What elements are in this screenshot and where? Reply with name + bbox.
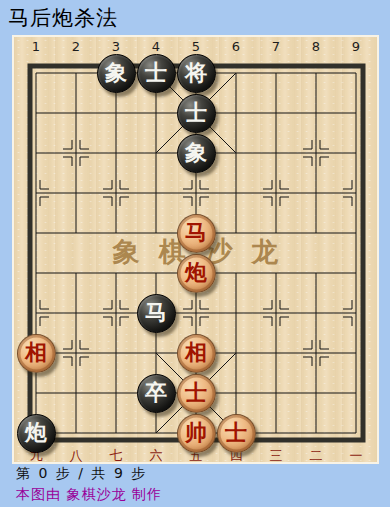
pieces-layer: 象士将士象马炮马相相卒士炮帅士 — [16, 53, 376, 453]
piece-black-horse[interactable]: 马 — [137, 294, 176, 333]
piece-black-elephant[interactable]: 象 — [97, 54, 136, 93]
file-label: 1 — [25, 40, 47, 54]
piece-black-advisor[interactable]: 士 — [137, 54, 176, 93]
piece-black-general[interactable]: 将 — [177, 54, 216, 93]
piece-red-horse[interactable]: 马 — [177, 214, 216, 253]
piece-black-advisor[interactable]: 士 — [177, 94, 216, 133]
piece-red-advisor[interactable]: 士 — [217, 414, 256, 453]
piece-black-elephant[interactable]: 象 — [177, 134, 216, 173]
piece-red-elephant[interactable]: 相 — [177, 334, 216, 373]
move-counter: 第 0 步 / 共 9 步 — [16, 465, 147, 483]
piece-red-elephant[interactable]: 相 — [17, 334, 56, 373]
piece-red-general[interactable]: 帅 — [177, 414, 216, 453]
piece-red-cannon[interactable]: 炮 — [177, 254, 216, 293]
file-label: 2 — [65, 40, 87, 54]
page-title: 马后炮杀法 — [8, 4, 118, 32]
file-label: 6 — [225, 40, 247, 54]
file-label: 5 — [185, 40, 207, 54]
piece-black-soldier[interactable]: 卒 — [137, 374, 176, 413]
file-label: 7 — [265, 40, 287, 54]
file-label: 9 — [345, 40, 367, 54]
file-label: 4 — [145, 40, 167, 54]
piece-red-advisor[interactable]: 士 — [177, 374, 216, 413]
file-label: 8 — [305, 40, 327, 54]
piece-black-cannon[interactable]: 炮 — [17, 414, 56, 453]
credit-text: 本图由 象棋沙龙 制作 — [16, 486, 162, 504]
file-label: 3 — [105, 40, 127, 54]
xiangqi-board[interactable]: 象 棋 沙 龙 123456789 九八七六五四三二一 象士将士象马炮马相相卒士… — [12, 35, 379, 464]
